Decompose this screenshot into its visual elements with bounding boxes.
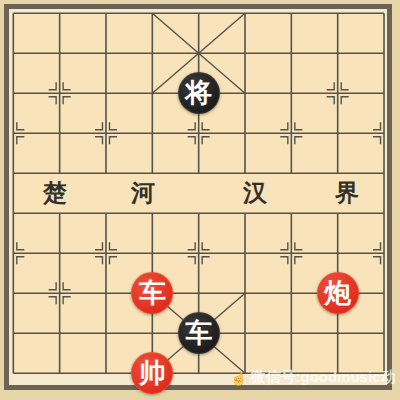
watermark: ☝ 微信号:goodmusic动	[230, 368, 395, 387]
watermark-text: 微信号:goodmusic动	[250, 368, 395, 387]
river-char-chu: 楚	[38, 178, 72, 208]
piece-red-cannon[interactable]: 炮	[317, 272, 359, 314]
piece-black-general[interactable]: 将	[178, 72, 220, 114]
xiangqi-board: 楚 河 汉 界 将车炮车帅 ☝ 微信号:goodmusic动	[0, 0, 400, 400]
piece-black-chariot[interactable]: 车	[178, 312, 220, 354]
river-char-he: 河	[126, 178, 160, 208]
river-char-han: 汉	[238, 178, 272, 208]
hand-icon: ☝	[230, 370, 247, 386]
river-char-jie: 界	[330, 178, 364, 208]
